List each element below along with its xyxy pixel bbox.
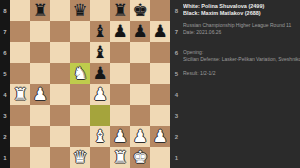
piece-white-pawn: ♟ (152, 126, 167, 147)
piece-black-rook: ♜ (112, 0, 127, 21)
piece-black-bishop: ♝ (92, 21, 107, 42)
rank-label-7: 7 (0, 21, 10, 42)
rank-label-4: 4 (170, 84, 183, 105)
rank-label-2: 2 (170, 126, 183, 147)
square-c4 (50, 84, 70, 105)
square-g7: ♟ (130, 21, 150, 42)
square-f7: ♟ (110, 21, 130, 42)
square-h7: ♟ (150, 21, 170, 42)
square-b7 (30, 21, 50, 42)
opening-label: Opening: (183, 49, 300, 55)
square-d6 (70, 42, 90, 63)
square-c5 (50, 63, 70, 84)
rank-label-1: 1 (0, 147, 10, 168)
piece-black-bishop: ♝ (92, 42, 107, 63)
square-e8 (90, 0, 110, 21)
square-h2: ♟ (150, 126, 170, 147)
rank-label-8: 8 (0, 0, 10, 21)
piece-black-pawn: ♟ (152, 21, 167, 42)
square-h4 (150, 84, 170, 105)
square-e1 (90, 147, 110, 168)
square-d4 (70, 84, 90, 105)
square-g4 (130, 84, 150, 105)
piece-black-king: ♚ (132, 0, 147, 21)
square-d1: ♛ (70, 147, 90, 168)
info-panel: 87654321 White: Polina Shuvalova (2499) … (170, 0, 300, 168)
square-f1: ♜ (110, 147, 130, 168)
square-b4: ♟ (30, 84, 50, 105)
square-a5 (10, 63, 30, 84)
piece-white-pawn: ♟ (132, 126, 147, 147)
square-b2 (30, 126, 50, 147)
piece-white-knight: ♞ (72, 63, 87, 84)
white-player-line: White: Polina Shuvalova (2499) (183, 3, 300, 9)
square-d7 (70, 21, 90, 42)
piece-white-pawn: ♟ (112, 126, 127, 147)
rank-labels-right: 87654321 (170, 0, 183, 168)
rank-label-3: 3 (0, 105, 10, 126)
square-g1: ♚ (130, 147, 150, 168)
square-e4: ♟ (90, 84, 110, 105)
rank-label-4: 4 (0, 84, 10, 105)
chess-diagram: 87654321 ♜♛♜♚♝♟♟♟♝♞♟♜♟♟♝♟♟♟♛♜♚ 87654321 … (0, 0, 300, 168)
rank-label-5: 5 (0, 63, 10, 84)
rank-label-2: 2 (0, 126, 10, 147)
piece-white-queen: ♛ (72, 147, 87, 168)
piece-white-pawn: ♟ (92, 84, 107, 105)
square-h6 (150, 42, 170, 63)
board: ♜♛♜♚♝♟♟♟♝♞♟♜♟♟♝♟♟♟♛♜♚ (10, 0, 170, 168)
rank-label-1: 1 (170, 147, 183, 168)
square-d5: ♞ (70, 63, 90, 84)
square-h5 (150, 63, 170, 84)
square-d8: ♛ (70, 0, 90, 21)
square-e2: ♝ (90, 126, 110, 147)
square-h1 (150, 147, 170, 168)
rank-labels-left: 87654321 (0, 0, 10, 168)
square-g2: ♟ (130, 126, 150, 147)
square-h3 (150, 105, 170, 126)
square-g3 (130, 105, 150, 126)
piece-white-bishop: ♝ (92, 126, 107, 147)
date-line: Date: 2021.06.26 (183, 29, 300, 35)
piece-black-pawn: ♟ (132, 21, 147, 42)
square-a4: ♜ (10, 84, 30, 105)
piece-black-rook: ♜ (32, 0, 47, 21)
black-player-line: Black: Maxim Matlakov (2688) (183, 10, 300, 16)
event-line: Russian Championship Higher League Round… (183, 22, 300, 28)
piece-black-pawn: ♟ (92, 63, 107, 84)
square-a7 (10, 21, 30, 42)
square-c3 (50, 105, 70, 126)
square-c2 (50, 126, 70, 147)
rank-label-6: 6 (170, 42, 183, 63)
opening-name: Sicilian Defense: Lasker-Pelikan Variati… (183, 56, 300, 62)
rank-label-7: 7 (170, 21, 183, 42)
square-f3 (110, 105, 130, 126)
square-a8 (10, 0, 30, 21)
rank-label-3: 3 (170, 105, 183, 126)
square-a1 (10, 147, 30, 168)
square-f8: ♜ (110, 0, 130, 21)
square-f2: ♟ (110, 126, 130, 147)
square-g8: ♚ (130, 0, 150, 21)
piece-black-queen: ♛ (72, 0, 87, 21)
square-d3 (70, 105, 90, 126)
rank-label-6: 6 (0, 42, 10, 63)
square-a2 (10, 126, 30, 147)
piece-white-rook: ♜ (112, 147, 127, 168)
square-h8 (150, 0, 170, 21)
square-a3 (10, 105, 30, 126)
square-e5: ♟ (90, 63, 110, 84)
piece-white-king: ♚ (132, 147, 147, 168)
piece-black-pawn: ♟ (112, 21, 127, 42)
square-a6 (10, 42, 30, 63)
result-line: Result: 1/2-1/2 (183, 70, 300, 76)
piece-white-pawn: ♟ (32, 84, 47, 105)
square-c7 (50, 21, 70, 42)
square-e3 (90, 105, 110, 126)
square-d2 (70, 126, 90, 147)
square-f6 (110, 42, 130, 63)
square-f5 (110, 63, 130, 84)
square-b5 (30, 63, 50, 84)
square-b6 (30, 42, 50, 63)
square-c6 (50, 42, 70, 63)
square-b3 (30, 105, 50, 126)
square-b8: ♜ (30, 0, 50, 21)
rank-label-8: 8 (170, 0, 183, 21)
square-c1 (50, 147, 70, 168)
game-info: White: Polina Shuvalova (2499) Black: Ma… (183, 0, 300, 168)
square-b1 (30, 147, 50, 168)
square-f4 (110, 84, 130, 105)
square-c8 (50, 0, 70, 21)
square-e6: ♝ (90, 42, 110, 63)
square-g5 (130, 63, 150, 84)
piece-white-rook: ♜ (12, 84, 27, 105)
rank-label-5: 5 (170, 63, 183, 84)
square-e7: ♝ (90, 21, 110, 42)
square-g6 (130, 42, 150, 63)
